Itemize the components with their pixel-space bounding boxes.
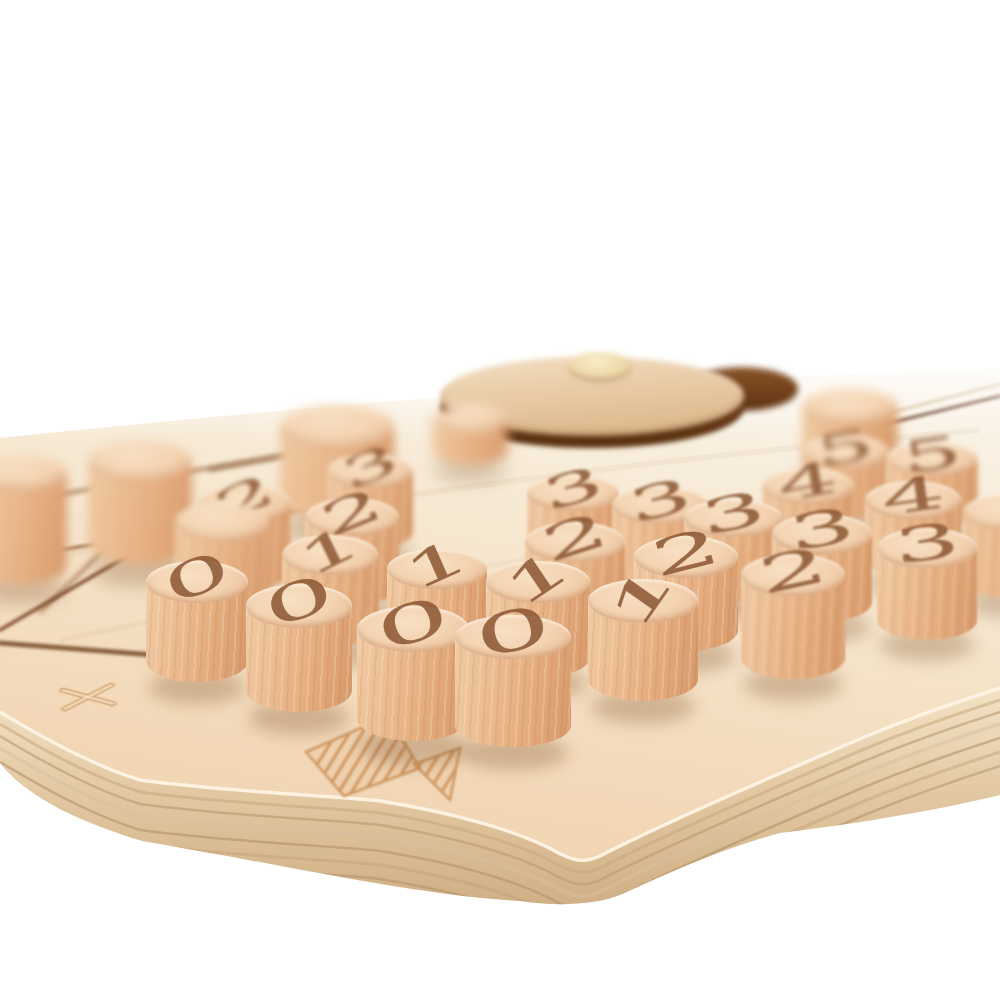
token-digit: 2	[754, 539, 832, 602]
token-top-face: 0	[357, 606, 469, 652]
token-top-face: 0	[246, 584, 352, 628]
token-top-face	[88, 439, 192, 481]
token-digit: 3	[891, 515, 963, 571]
blank-token	[0, 453, 67, 603]
number-token-3: 3	[877, 528, 977, 660]
token-top-face	[432, 404, 508, 434]
number-token-0: 0	[246, 584, 352, 734]
token-top-face: 0	[455, 615, 571, 659]
number-token-0: 0	[146, 561, 248, 703]
token-top-face: 2	[741, 554, 845, 596]
number-token-1: 1	[588, 579, 698, 723]
product-photo-wooden-math-board: 55443333332222211110000	[0, 0, 1000, 1000]
number-token-0: 0	[357, 606, 469, 764]
tokens-layer: 55443333332222211110000	[0, 0, 1000, 1000]
token-digit: 0	[469, 596, 557, 668]
number-token-0: 0	[455, 615, 571, 769]
token-top-face: 3	[527, 475, 619, 511]
token-top-face: 0	[146, 561, 248, 603]
blank-token	[432, 404, 508, 480]
token-top-face: 3	[877, 528, 977, 568]
token-top-face	[175, 503, 269, 541]
token-top-face	[802, 388, 898, 424]
token-top-face: 1	[588, 579, 698, 623]
dial-knob	[570, 352, 630, 378]
number-token-2: 2	[741, 554, 845, 700]
